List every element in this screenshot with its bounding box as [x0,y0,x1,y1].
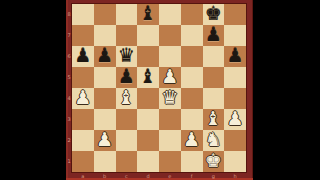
square-h7[interactable] [224,25,246,46]
piece-white-pawn: ♟ [183,130,200,149]
square-g3[interactable]: ♝ [203,109,225,130]
piece-black-pawn: ♟ [96,46,113,65]
square-a6[interactable]: ♟ [72,46,94,67]
square-g6[interactable] [203,46,225,67]
square-f5[interactable] [181,67,203,88]
rank-label-2: 2 [67,138,71,143]
square-a2[interactable] [72,130,94,151]
square-c2[interactable] [116,130,138,151]
square-g4[interactable] [203,88,225,109]
square-e8[interactable] [159,4,181,25]
piece-black-pawn: ♟ [118,67,135,86]
square-f3[interactable] [181,109,203,130]
square-e7[interactable] [159,25,181,46]
square-h4[interactable] [224,88,246,109]
piece-black-king: ♚ [205,4,222,23]
square-c5[interactable]: ♟ [116,67,138,88]
file-label-h: h [232,174,238,179]
piece-black-pawn: ♟ [74,46,91,65]
square-e4[interactable]: ♛ [159,88,181,109]
file-label-c: c [123,174,129,179]
file-label-e: e [167,174,173,179]
square-b3[interactable] [94,109,116,130]
square-h8[interactable] [224,4,246,25]
square-d1[interactable] [137,151,159,172]
square-f8[interactable] [181,4,203,25]
piece-white-bishop: ♝ [205,109,222,128]
square-e6[interactable] [159,46,181,67]
square-g7[interactable]: ♟ [203,25,225,46]
square-h6[interactable]: ♟ [224,46,246,67]
square-d5[interactable]: ♝ [137,67,159,88]
chess-board: ♝♚♟♟♟♛♟♟♝♟♟♝♛♝♟♟♟♞♚ [72,4,246,172]
square-c3[interactable] [116,109,138,130]
square-a7[interactable] [72,25,94,46]
square-e2[interactable] [159,130,181,151]
file-label-g: g [210,174,216,179]
rank-label-1: 1 [67,159,71,164]
rank-label-7: 7 [67,33,71,38]
rank-label-6: 6 [67,54,71,59]
square-b5[interactable] [94,67,116,88]
piece-black-pawn: ♟ [205,25,222,44]
piece-white-knight: ♞ [205,130,222,149]
square-b8[interactable] [94,4,116,25]
rank-label-4: 4 [67,96,71,101]
square-d8[interactable]: ♝ [137,4,159,25]
square-h3[interactable]: ♟ [224,109,246,130]
square-e1[interactable] [159,151,181,172]
file-label-a: a [80,174,86,179]
square-b2[interactable]: ♟ [94,130,116,151]
square-h2[interactable] [224,130,246,151]
square-g1[interactable]: ♚ [203,151,225,172]
piece-black-bishop: ♝ [140,4,157,23]
piece-black-pawn: ♟ [227,46,244,65]
file-label-f: f [189,174,195,179]
square-f4[interactable] [181,88,203,109]
square-b1[interactable] [94,151,116,172]
square-b6[interactable]: ♟ [94,46,116,67]
square-f1[interactable] [181,151,203,172]
square-f2[interactable]: ♟ [181,130,203,151]
piece-white-pawn: ♟ [161,67,178,86]
piece-white-pawn: ♟ [227,109,244,128]
square-f7[interactable] [181,25,203,46]
square-c1[interactable] [116,151,138,172]
chess-board-frame: ♝♚♟♟♟♛♟♟♝♟♟♝♛♝♟♟♟♞♚ 87654321abcdefgh [66,0,253,180]
square-e5[interactable]: ♟ [159,67,181,88]
square-a3[interactable] [72,109,94,130]
square-b4[interactable] [94,88,116,109]
piece-white-king: ♚ [205,151,222,170]
square-g8[interactable]: ♚ [203,4,225,25]
square-f6[interactable] [181,46,203,67]
square-d6[interactable] [137,46,159,67]
square-a4[interactable]: ♟ [72,88,94,109]
piece-white-pawn: ♟ [74,88,91,107]
file-label-b: b [102,174,108,179]
file-label-d: d [145,174,151,179]
piece-white-queen: ♛ [161,88,178,107]
square-d3[interactable] [137,109,159,130]
square-c8[interactable] [116,4,138,25]
square-g5[interactable] [203,67,225,88]
square-h5[interactable] [224,67,246,88]
square-a1[interactable] [72,151,94,172]
square-c6[interactable]: ♛ [116,46,138,67]
piece-black-queen: ♛ [118,46,135,65]
rank-label-8: 8 [67,12,71,17]
square-a5[interactable] [72,67,94,88]
piece-white-pawn: ♟ [96,130,113,149]
square-d7[interactable] [137,25,159,46]
square-d4[interactable] [137,88,159,109]
square-d2[interactable] [137,130,159,151]
square-b7[interactable] [94,25,116,46]
square-c4[interactable]: ♝ [116,88,138,109]
rank-label-5: 5 [67,75,71,80]
square-e3[interactable] [159,109,181,130]
square-c7[interactable] [116,25,138,46]
piece-black-bishop: ♝ [140,67,157,86]
square-g2[interactable]: ♞ [203,130,225,151]
rank-label-3: 3 [67,117,71,122]
square-h1[interactable] [224,151,246,172]
piece-white-bishop: ♝ [118,88,135,107]
square-a8[interactable] [72,4,94,25]
